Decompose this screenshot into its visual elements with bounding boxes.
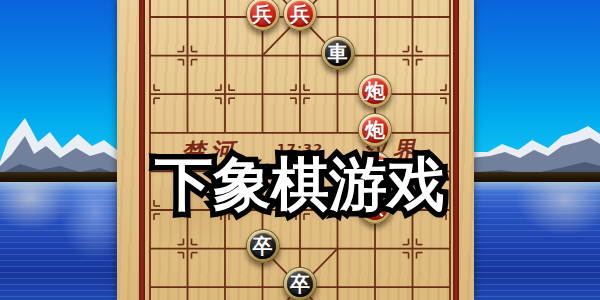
cannon-glyph: 炮: [365, 81, 385, 101]
soldier-face: 兵: [287, 1, 313, 27]
soldier-face: 卒: [287, 271, 313, 297]
soldier-face: 兵: [250, 1, 276, 27]
piece-black-chariot-c5r2[interactable]: 車: [321, 36, 355, 70]
piece-red-soldier-c3r1[interactable]: 兵: [246, 0, 280, 31]
piece-black-soldier-c3r7[interactable]: 卒: [246, 229, 280, 263]
soldier-face: 卒: [250, 233, 276, 259]
soldier-glyph: 卒: [290, 274, 310, 294]
piece-red-cannon-c6r4[interactable]: 炮: [358, 113, 392, 147]
chariot-glyph: 車: [328, 43, 348, 63]
piece-black-soldier-c4r8[interactable]: 卒: [283, 267, 317, 300]
piece-red-cannon-c6r3[interactable]: 炮: [358, 74, 392, 108]
soldier-glyph: 兵: [253, 4, 273, 24]
cannon-face: 炮: [362, 117, 388, 143]
title-text: 下象棋游戏: [155, 153, 445, 215]
cannon-face: 炮: [362, 78, 388, 104]
xiangqi-thumbnail: 楚河 汉界 17:32 兵兵車炮炮相兵卒卒 下象棋游戏 下象棋游戏: [0, 0, 600, 300]
chariot-face: 車: [325, 40, 351, 66]
cannon-glyph: 炮: [365, 120, 385, 140]
soldier-glyph: 卒: [253, 236, 273, 256]
soldier-glyph: 兵: [290, 4, 310, 24]
